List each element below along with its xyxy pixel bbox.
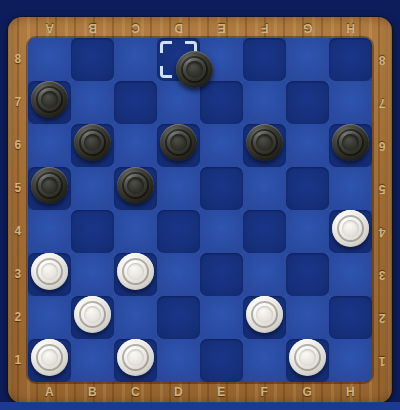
square-h5[interactable]: [329, 167, 372, 210]
square-b5[interactable]: [71, 167, 114, 210]
square-f4[interactable]: [243, 210, 286, 253]
square-h8[interactable]: [329, 38, 372, 81]
square-h2[interactable]: [329, 296, 372, 339]
square-a4[interactable]: [28, 210, 71, 253]
square-b4[interactable]: [71, 210, 114, 253]
piece-core: [256, 306, 273, 323]
square-a2[interactable]: [28, 296, 71, 339]
piece-core: [41, 349, 58, 366]
square-g2[interactable]: [286, 296, 329, 339]
square-e7[interactable]: [200, 81, 243, 124]
square-f5[interactable]: [243, 167, 286, 210]
square-d2[interactable]: [157, 296, 200, 339]
piece-core: [127, 263, 144, 280]
checker-piece-light-a3[interactable]: [31, 253, 68, 290]
square-e4[interactable]: [200, 210, 243, 253]
square-g3[interactable]: [286, 253, 329, 296]
checker-piece-dark-a7[interactable]: [31, 81, 68, 118]
piece-core: [41, 177, 58, 194]
square-d1[interactable]: [157, 339, 200, 382]
square-f7[interactable]: [243, 81, 286, 124]
checker-piece-dark-d8[interactable]: [176, 51, 213, 88]
checker-piece-dark-f6[interactable]: [246, 124, 283, 161]
piece-core: [41, 91, 58, 108]
piece-core: [186, 61, 203, 78]
square-e1[interactable]: [200, 339, 243, 382]
checker-piece-dark-c5[interactable]: [117, 167, 154, 204]
square-e3[interactable]: [200, 253, 243, 296]
square-b3[interactable]: [71, 253, 114, 296]
square-b1[interactable]: [71, 339, 114, 382]
piece-core: [127, 177, 144, 194]
piece-core: [41, 263, 58, 280]
square-f3[interactable]: [243, 253, 286, 296]
square-d4[interactable]: [157, 210, 200, 253]
checker-piece-light-f2[interactable]: [246, 296, 283, 333]
checker-piece-light-b2[interactable]: [74, 296, 111, 333]
piece-core: [256, 134, 273, 151]
piece-core: [84, 134, 101, 151]
piece-core: [127, 349, 144, 366]
square-c7[interactable]: [114, 81, 157, 124]
square-c8[interactable]: [114, 38, 157, 81]
square-g5[interactable]: [286, 167, 329, 210]
square-c4[interactable]: [114, 210, 157, 253]
checker-piece-dark-b6[interactable]: [74, 124, 111, 161]
piece-core: [170, 134, 187, 151]
square-c2[interactable]: [114, 296, 157, 339]
piece-core: [342, 220, 359, 237]
square-e5[interactable]: [200, 167, 243, 210]
square-a6[interactable]: [28, 124, 71, 167]
square-e2[interactable]: [200, 296, 243, 339]
square-g8[interactable]: [286, 38, 329, 81]
square-f1[interactable]: [243, 339, 286, 382]
square-h3[interactable]: [329, 253, 372, 296]
checker-piece-light-c1[interactable]: [117, 339, 154, 376]
checker-piece-light-g1[interactable]: [289, 339, 326, 376]
square-b7[interactable]: [71, 81, 114, 124]
checker-piece-dark-d6[interactable]: [160, 124, 197, 161]
square-a8[interactable]: [28, 38, 71, 81]
piece-core: [84, 306, 101, 323]
checkers-game-screen: AABBCCDDEEFFGGHH8877665544332211: [0, 0, 400, 410]
square-g7[interactable]: [286, 81, 329, 124]
checker-piece-light-h4[interactable]: [332, 210, 369, 247]
square-d3[interactable]: [157, 253, 200, 296]
piece-core: [299, 349, 316, 366]
square-d5[interactable]: [157, 167, 200, 210]
checker-piece-dark-h6[interactable]: [332, 124, 369, 161]
checker-piece-dark-a5[interactable]: [31, 167, 68, 204]
checker-piece-light-c3[interactable]: [117, 253, 154, 290]
piece-core: [342, 134, 359, 151]
square-g6[interactable]: [286, 124, 329, 167]
square-b8[interactable]: [71, 38, 114, 81]
square-g4[interactable]: [286, 210, 329, 253]
square-f8[interactable]: [243, 38, 286, 81]
square-c6[interactable]: [114, 124, 157, 167]
square-h1[interactable]: [329, 339, 372, 382]
square-e6[interactable]: [200, 124, 243, 167]
checkers-board: [28, 38, 372, 382]
square-h7[interactable]: [329, 81, 372, 124]
checker-piece-light-a1[interactable]: [31, 339, 68, 376]
